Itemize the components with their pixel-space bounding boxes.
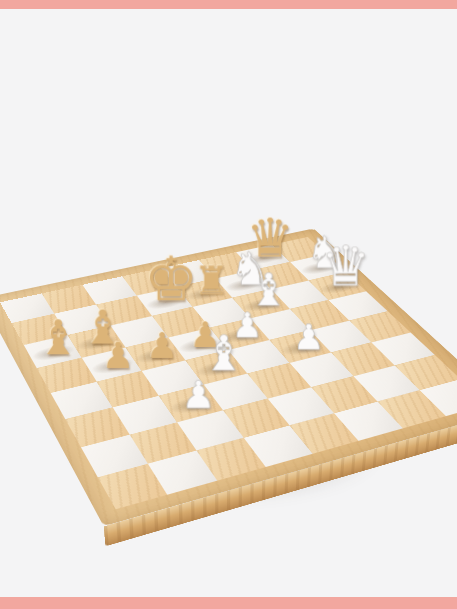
square-a5 — [37, 358, 97, 393]
product-photo-scene: ♛♚♜♞♞♝♝♝♛♟♟♟♟♝♟♟ — [0, 0, 457, 609]
top-accent-bar — [0, 0, 457, 9]
square-c5: ♟ — [126, 338, 186, 371]
bottom-accent-bar — [0, 597, 457, 609]
